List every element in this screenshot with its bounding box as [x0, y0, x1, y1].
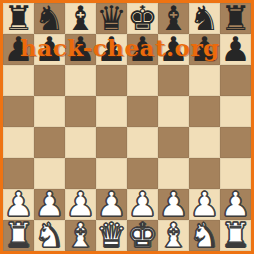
square-d4[interactable] [96, 127, 127, 158]
square-h7[interactable]: ♟ [220, 34, 251, 65]
square-b5[interactable] [34, 96, 65, 127]
square-d7[interactable]: ♟ [96, 34, 127, 65]
white-knight[interactable]: ♞ [34, 220, 64, 251]
white-knight[interactable]: ♞ [189, 220, 219, 251]
square-e4[interactable] [127, 127, 158, 158]
black-pawn[interactable]: ♟ [220, 34, 250, 65]
black-pawn[interactable]: ♟ [34, 34, 64, 65]
square-c7[interactable]: ♟ [65, 34, 96, 65]
square-d1[interactable]: ♛ [96, 220, 127, 251]
black-pawn[interactable]: ♟ [127, 34, 157, 65]
square-h4[interactable] [220, 127, 251, 158]
chess-board: ♜♞♝♛♚♝♞♜♟♟♟♟♟♟♟♟♟♟♟♟♟♟♟♟♜♞♝♛♚♝♞♜ [3, 3, 251, 251]
board-frame: ♜♞♝♛♚♝♞♜♟♟♟♟♟♟♟♟♟♟♟♟♟♟♟♟♜♞♝♛♚♝♞♜ hack-ch… [0, 0, 254, 254]
square-e7[interactable]: ♟ [127, 34, 158, 65]
white-rook[interactable]: ♜ [220, 220, 250, 251]
white-bishop[interactable]: ♝ [158, 220, 188, 251]
square-f7[interactable]: ♟ [158, 34, 189, 65]
square-b7[interactable]: ♟ [34, 34, 65, 65]
square-e5[interactable] [127, 96, 158, 127]
square-c6[interactable] [65, 65, 96, 96]
square-a5[interactable] [3, 96, 34, 127]
square-h6[interactable] [220, 65, 251, 96]
square-h5[interactable] [220, 96, 251, 127]
square-f4[interactable] [158, 127, 189, 158]
square-a6[interactable] [3, 65, 34, 96]
square-g4[interactable] [189, 127, 220, 158]
white-bishop[interactable]: ♝ [65, 220, 95, 251]
square-e1[interactable]: ♚ [127, 220, 158, 251]
square-a7[interactable]: ♟ [3, 34, 34, 65]
square-c1[interactable]: ♝ [65, 220, 96, 251]
square-g1[interactable]: ♞ [189, 220, 220, 251]
square-a1[interactable]: ♜ [3, 220, 34, 251]
black-pawn[interactable]: ♟ [189, 34, 219, 65]
square-c5[interactable] [65, 96, 96, 127]
black-pawn[interactable]: ♟ [96, 34, 126, 65]
square-c4[interactable] [65, 127, 96, 158]
square-g7[interactable]: ♟ [189, 34, 220, 65]
square-b1[interactable]: ♞ [34, 220, 65, 251]
black-pawn[interactable]: ♟ [65, 34, 95, 65]
square-f5[interactable] [158, 96, 189, 127]
black-pawn[interactable]: ♟ [3, 34, 33, 65]
square-d5[interactable] [96, 96, 127, 127]
white-king[interactable]: ♚ [127, 220, 157, 251]
square-d6[interactable] [96, 65, 127, 96]
square-a4[interactable] [3, 127, 34, 158]
black-pawn[interactable]: ♟ [158, 34, 188, 65]
square-e6[interactable] [127, 65, 158, 96]
square-g5[interactable] [189, 96, 220, 127]
square-b4[interactable] [34, 127, 65, 158]
square-f1[interactable]: ♝ [158, 220, 189, 251]
white-queen[interactable]: ♛ [96, 220, 126, 251]
white-rook[interactable]: ♜ [3, 220, 33, 251]
square-b6[interactable] [34, 65, 65, 96]
square-g6[interactable] [189, 65, 220, 96]
square-f6[interactable] [158, 65, 189, 96]
square-h1[interactable]: ♜ [220, 220, 251, 251]
